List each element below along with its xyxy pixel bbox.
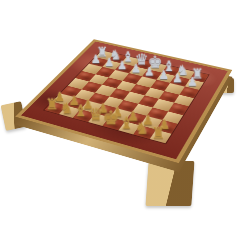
piece-silver-pawn[interactable]: ♟	[170, 72, 185, 84]
piece-silver-pawn[interactable]: ♟	[115, 60, 130, 71]
piece-gold-bishop[interactable]: ♝	[118, 115, 135, 131]
piece-silver-pawn[interactable]: ♟	[142, 66, 157, 78]
piece-gold-king[interactable]: ♚	[102, 109, 119, 128]
board-scene: ♜♞♝♛♚♝♞♜♟♟♟♟♟♟♟♟♟♟♟♟♟♟♟♟♜♞♝♛♚♝♞♜	[0, 0, 237, 235]
chess-set-photo: ♜♞♝♛♚♝♞♜♟♟♟♟♟♟♟♟♟♟♟♟♟♟♟♟♜♞♝♛♚♝♞♜	[0, 0, 237, 235]
piece-silver-pawn[interactable]: ♟	[156, 69, 171, 81]
piece-silver-pawn[interactable]: ♟	[184, 76, 199, 88]
piece-silver-pawn[interactable]: ♟	[128, 63, 143, 74]
piece-gold-knight[interactable]: ♞	[133, 121, 150, 137]
piece-silver-pawn[interactable]: ♟	[89, 54, 103, 65]
piece-gold-rook[interactable]: ♜	[149, 125, 166, 141]
chess-board: ♜♞♝♛♚♝♞♜♟♟♟♟♟♟♟♟♟♟♟♟♟♟♟♟♜♞♝♛♚♝♞♜	[15, 39, 232, 163]
piece-gold-bishop[interactable]: ♝	[72, 103, 89, 119]
